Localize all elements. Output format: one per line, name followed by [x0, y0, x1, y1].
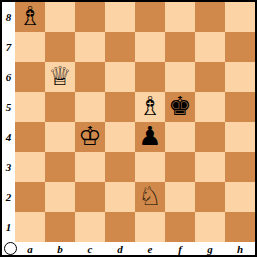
piece-white-knight[interactable]: ♘ [138, 183, 161, 209]
square-g1[interactable] [195, 212, 225, 242]
square-f5[interactable]: ♚ [165, 92, 195, 122]
square-a7[interactable] [15, 32, 45, 62]
chess-board: ♗♕♗♚♔♟♘ [15, 2, 255, 242]
square-g6[interactable] [195, 62, 225, 92]
square-g8[interactable] [195, 2, 225, 32]
rank-label-5: 5 [2, 92, 15, 122]
piece-white-queen[interactable]: ♕ [48, 63, 71, 89]
square-f1[interactable] [165, 212, 195, 242]
square-g4[interactable] [195, 122, 225, 152]
square-f7[interactable] [165, 32, 195, 62]
square-h4[interactable] [225, 122, 255, 152]
square-d2[interactable] [105, 182, 135, 212]
square-d8[interactable] [105, 2, 135, 32]
file-label-f: f [165, 242, 195, 255]
square-c6[interactable] [75, 62, 105, 92]
file-label-d: d [105, 242, 135, 255]
square-d3[interactable] [105, 152, 135, 182]
square-a1[interactable] [15, 212, 45, 242]
square-g3[interactable] [195, 152, 225, 182]
square-c3[interactable] [75, 152, 105, 182]
piece-black-pawn[interactable]: ♟ [138, 123, 161, 149]
square-h3[interactable] [225, 152, 255, 182]
square-g5[interactable] [195, 92, 225, 122]
square-e6[interactable] [135, 62, 165, 92]
square-h1[interactable] [225, 212, 255, 242]
piece-black-king[interactable]: ♚ [168, 93, 191, 119]
file-label-g: g [195, 242, 225, 255]
square-h8[interactable] [225, 2, 255, 32]
square-b3[interactable] [45, 152, 75, 182]
file-labels-row: abcdefgh [15, 242, 255, 255]
square-f3[interactable] [165, 152, 195, 182]
square-f2[interactable] [165, 182, 195, 212]
square-e4[interactable]: ♟ [135, 122, 165, 152]
piece-white-bishop[interactable]: ♗ [18, 3, 41, 29]
rank-label-7: 7 [2, 32, 15, 62]
square-d4[interactable] [105, 122, 135, 152]
square-h2[interactable] [225, 182, 255, 212]
rank-label-3: 3 [2, 152, 15, 182]
square-c2[interactable] [75, 182, 105, 212]
square-b4[interactable] [45, 122, 75, 152]
square-a5[interactable] [15, 92, 45, 122]
file-label-c: c [75, 242, 105, 255]
square-d1[interactable] [105, 212, 135, 242]
square-e5[interactable]: ♗ [135, 92, 165, 122]
square-h6[interactable] [225, 62, 255, 92]
square-c5[interactable] [75, 92, 105, 122]
chess-diagram: 87654321 ♗♕♗♚♔♟♘ abcdefgh [0, 0, 257, 257]
square-b5[interactable] [45, 92, 75, 122]
rank-label-6: 6 [2, 62, 15, 92]
file-label-h: h [225, 242, 255, 255]
file-label-b: b [45, 242, 75, 255]
square-d6[interactable] [105, 62, 135, 92]
rank-label-8: 8 [2, 2, 15, 32]
square-a3[interactable] [15, 152, 45, 182]
square-e1[interactable] [135, 212, 165, 242]
square-e2[interactable]: ♘ [135, 182, 165, 212]
square-a8[interactable]: ♗ [15, 2, 45, 32]
square-b8[interactable] [45, 2, 75, 32]
square-d7[interactable] [105, 32, 135, 62]
square-e7[interactable] [135, 32, 165, 62]
square-a6[interactable] [15, 62, 45, 92]
board-corner [2, 242, 15, 255]
square-b1[interactable] [45, 212, 75, 242]
file-label-a: a [15, 242, 45, 255]
square-e8[interactable] [135, 2, 165, 32]
square-e3[interactable] [135, 152, 165, 182]
square-c8[interactable] [75, 2, 105, 32]
square-g7[interactable] [195, 32, 225, 62]
piece-white-king[interactable]: ♔ [78, 123, 101, 149]
square-g2[interactable] [195, 182, 225, 212]
rank-label-1: 1 [2, 212, 15, 242]
square-c4[interactable]: ♔ [75, 122, 105, 152]
square-f8[interactable] [165, 2, 195, 32]
rank-label-2: 2 [2, 182, 15, 212]
square-c7[interactable] [75, 32, 105, 62]
square-d5[interactable] [105, 92, 135, 122]
rank-labels-column: 87654321 [2, 2, 15, 242]
square-b6[interactable]: ♕ [45, 62, 75, 92]
file-label-e: e [135, 242, 165, 255]
square-h5[interactable] [225, 92, 255, 122]
side-to-move-indicator [4, 242, 17, 255]
square-c1[interactable] [75, 212, 105, 242]
piece-white-bishop[interactable]: ♗ [138, 93, 161, 119]
square-a2[interactable] [15, 182, 45, 212]
square-b2[interactable] [45, 182, 75, 212]
square-a4[interactable] [15, 122, 45, 152]
square-h7[interactable] [225, 32, 255, 62]
rank-label-4: 4 [2, 122, 15, 152]
square-f4[interactable] [165, 122, 195, 152]
square-f6[interactable] [165, 62, 195, 92]
square-b7[interactable] [45, 32, 75, 62]
